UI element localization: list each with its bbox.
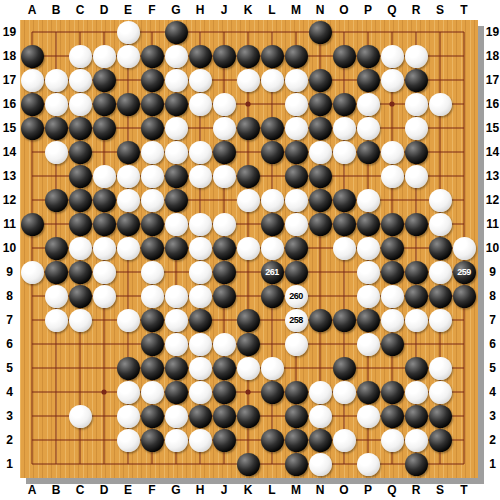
stone-F5[interactable] — [141, 357, 164, 380]
stone-S5[interactable] — [429, 357, 452, 380]
stone-R1[interactable] — [405, 453, 428, 476]
stone-O7[interactable] — [333, 309, 356, 332]
stone-S2[interactable] — [429, 429, 452, 452]
stone-B9[interactable] — [45, 261, 68, 284]
stone-N17[interactable] — [309, 69, 332, 92]
row-label-right-2: 2 — [484, 428, 500, 452]
column-label-top-H: H — [188, 1, 212, 19]
go-board[interactable]: 261259260258 — [20, 20, 478, 478]
row-label-right-12: 12 — [484, 188, 500, 212]
stone-K10[interactable] — [237, 237, 260, 260]
stone-M11[interactable] — [285, 213, 308, 236]
stone-G13[interactable] — [165, 165, 188, 188]
row-label-right-4: 4 — [484, 380, 500, 404]
row-label-right-7: 7 — [484, 308, 500, 332]
stone-F9[interactable] — [141, 261, 164, 284]
stone-B14[interactable] — [45, 141, 68, 164]
row-label-left-18: 18 — [1, 44, 18, 68]
stone-H16[interactable] — [189, 93, 212, 116]
column-label-bottom-O: O — [332, 481, 356, 499]
stone-M16[interactable] — [285, 93, 308, 116]
stone-P17[interactable] — [357, 69, 380, 92]
row-label-left-16: 16 — [1, 92, 18, 116]
stone-M15[interactable] — [285, 117, 308, 140]
row-label-right-13: 13 — [484, 164, 500, 188]
row-label-left-7: 7 — [1, 308, 18, 332]
row-label-right-5: 5 — [484, 356, 500, 380]
stone-J3[interactable] — [213, 405, 236, 428]
row-label-left-15: 15 — [1, 116, 18, 140]
stone-K12[interactable] — [237, 189, 260, 212]
stone-A16[interactable] — [21, 93, 44, 116]
row-label-right-16: 16 — [484, 92, 500, 116]
stone-K7[interactable] — [237, 309, 260, 332]
stone-C12[interactable] — [69, 189, 92, 212]
stone-N1[interactable] — [309, 453, 332, 476]
stone-J2[interactable] — [213, 429, 236, 452]
move-number-label: 258 — [289, 316, 303, 325]
column-label-top-T: T — [452, 1, 476, 19]
column-label-bottom-H: H — [188, 481, 212, 499]
stone-N16[interactable] — [309, 93, 332, 116]
stone-G8[interactable] — [165, 285, 188, 308]
stone-R16[interactable] — [405, 93, 428, 116]
stone-S12[interactable] — [429, 189, 452, 212]
stone-C14[interactable] — [69, 141, 92, 164]
stone-K15[interactable] — [237, 117, 260, 140]
stone-R17[interactable] — [405, 69, 428, 92]
stone-H3[interactable] — [189, 405, 212, 428]
stone-R13[interactable] — [405, 165, 428, 188]
stone-E12[interactable] — [117, 189, 140, 212]
stone-Q9[interactable] — [381, 261, 404, 284]
stone-L8[interactable] — [261, 285, 284, 308]
column-label-top-R: R — [404, 1, 428, 19]
column-label-top-D: D — [92, 1, 116, 19]
stone-P4[interactable] — [357, 381, 380, 404]
stone-S3[interactable] — [429, 405, 452, 428]
stone-Q14[interactable] — [381, 141, 404, 164]
stone-H2[interactable] — [189, 429, 212, 452]
stone-P18[interactable] — [357, 45, 380, 68]
stone-K5[interactable] — [237, 357, 260, 380]
stone-F2[interactable] — [141, 429, 164, 452]
stone-J4[interactable] — [213, 381, 236, 404]
row-label-right-10: 10 — [484, 236, 500, 260]
stone-P7[interactable] — [357, 309, 380, 332]
stone-S9[interactable] — [429, 261, 452, 284]
stone-E11[interactable] — [117, 213, 140, 236]
stone-P1[interactable] — [357, 453, 380, 476]
column-label-top-S: S — [428, 1, 452, 19]
stone-Q17[interactable] — [381, 69, 404, 92]
column-label-bottom-F: F — [140, 481, 164, 499]
column-label-bottom-A: A — [20, 481, 44, 499]
stone-P14[interactable] — [357, 141, 380, 164]
stone-G19[interactable] — [165, 21, 188, 44]
stone-N4[interactable] — [309, 381, 332, 404]
stone-D11[interactable] — [93, 213, 116, 236]
stone-H7[interactable] — [189, 309, 212, 332]
stone-H13[interactable] — [189, 165, 212, 188]
column-label-bottom-R: R — [404, 481, 428, 499]
stone-O5[interactable] — [333, 357, 356, 380]
stone-Q2[interactable] — [381, 429, 404, 452]
stone-G5[interactable] — [165, 357, 188, 380]
stone-D10[interactable] — [93, 237, 116, 260]
stone-Q3[interactable] — [381, 405, 404, 428]
stone-G15[interactable] — [165, 117, 188, 140]
stone-F11[interactable] — [141, 213, 164, 236]
stone-P11[interactable] — [357, 213, 380, 236]
stone-K6[interactable] — [237, 333, 260, 356]
column-label-bottom-K: K — [236, 481, 260, 499]
stone-O14[interactable] — [333, 141, 356, 164]
stone-G14[interactable] — [165, 141, 188, 164]
stone-Q10[interactable] — [381, 237, 404, 260]
stone-M3[interactable] — [285, 405, 308, 428]
stone-P16[interactable] — [357, 93, 380, 116]
stone-M6[interactable] — [285, 333, 308, 356]
stone-L9[interactable]: 261 — [261, 261, 284, 284]
stone-J11[interactable] — [213, 213, 236, 236]
stone-R14[interactable] — [405, 141, 428, 164]
stone-E14[interactable] — [117, 141, 140, 164]
stone-B15[interactable] — [45, 117, 68, 140]
stone-J18[interactable] — [213, 45, 236, 68]
stone-O10[interactable] — [333, 237, 356, 260]
stone-M12[interactable] — [285, 189, 308, 212]
stone-L2[interactable] — [261, 429, 284, 452]
stone-G18[interactable] — [165, 45, 188, 68]
stone-S4[interactable] — [429, 381, 452, 404]
stone-K1[interactable] — [237, 453, 260, 476]
row-label-left-11: 11 — [1, 212, 18, 236]
stone-C13[interactable] — [69, 165, 92, 188]
column-label-bottom-G: G — [164, 481, 188, 499]
stone-G4[interactable] — [165, 381, 188, 404]
stone-R7[interactable] — [405, 309, 428, 332]
stone-D13[interactable] — [93, 165, 116, 188]
stone-O18[interactable] — [333, 45, 356, 68]
column-label-bottom-N: N — [308, 481, 332, 499]
stone-K13[interactable] — [237, 165, 260, 188]
stone-R9[interactable] — [405, 261, 428, 284]
stone-E2[interactable] — [117, 429, 140, 452]
stone-M7[interactable]: 258 — [285, 309, 308, 332]
row-label-right-1: 1 — [484, 452, 500, 476]
stone-E5[interactable] — [117, 357, 140, 380]
row-label-right-3: 3 — [484, 404, 500, 428]
stone-D9[interactable] — [93, 261, 116, 284]
go-app-window: ABCDEFGHJKLMNOPQRST ABCDEFGHJKLMNOPQRST … — [0, 0, 500, 500]
stone-K3[interactable] — [237, 405, 260, 428]
stone-F8[interactable] — [141, 285, 164, 308]
stone-H8[interactable] — [189, 285, 212, 308]
stone-M9[interactable] — [285, 261, 308, 284]
stone-D17[interactable] — [93, 69, 116, 92]
stone-J5[interactable] — [213, 357, 236, 380]
column-label-top-C: C — [68, 1, 92, 19]
column-label-bottom-C: C — [68, 481, 92, 499]
stone-C10[interactable] — [69, 237, 92, 260]
stone-H5[interactable] — [189, 357, 212, 380]
stone-N7[interactable] — [309, 309, 332, 332]
stone-N11[interactable] — [309, 213, 332, 236]
stone-P12[interactable] — [357, 189, 380, 212]
column-label-bottom-T: T — [452, 481, 476, 499]
row-label-left-4: 4 — [1, 380, 18, 404]
stone-Q7[interactable] — [381, 309, 404, 332]
stone-N14[interactable] — [309, 141, 332, 164]
stone-L10[interactable] — [261, 237, 284, 260]
stone-N12[interactable] — [309, 189, 332, 212]
row-label-right-9: 9 — [484, 260, 500, 284]
stone-J8[interactable] — [213, 285, 236, 308]
stone-A9[interactable] — [21, 261, 44, 284]
stone-C18[interactable] — [69, 45, 92, 68]
stone-C8[interactable] — [69, 285, 92, 308]
stone-G6[interactable] — [165, 333, 188, 356]
stone-J16[interactable] — [213, 93, 236, 116]
stone-R4[interactable] — [405, 381, 428, 404]
stone-P8[interactable] — [357, 285, 380, 308]
column-label-top-L: L — [260, 1, 284, 19]
stone-G17[interactable] — [165, 69, 188, 92]
stone-A17[interactable] — [21, 69, 44, 92]
stone-M14[interactable] — [285, 141, 308, 164]
stone-C7[interactable] — [69, 309, 92, 332]
stone-E18[interactable] — [117, 45, 140, 68]
stone-H17[interactable] — [189, 69, 212, 92]
column-label-top-A: A — [20, 1, 44, 19]
stone-K18[interactable] — [237, 45, 260, 68]
column-label-top-J: J — [212, 1, 236, 19]
row-label-right-18: 18 — [484, 44, 500, 68]
row-label-left-6: 6 — [1, 332, 18, 356]
stone-C9[interactable] — [69, 261, 92, 284]
column-label-top-G: G — [164, 1, 188, 19]
row-label-right-15: 15 — [484, 116, 500, 140]
stone-R3[interactable] — [405, 405, 428, 428]
stone-T9[interactable]: 259 — [453, 261, 476, 284]
stone-E13[interactable] — [117, 165, 140, 188]
stone-L4[interactable] — [261, 381, 284, 404]
column-label-top-P: P — [356, 1, 380, 19]
stone-F4[interactable] — [141, 381, 164, 404]
stone-E7[interactable] — [117, 309, 140, 332]
row-label-right-14: 14 — [484, 140, 500, 164]
stone-F18[interactable] — [141, 45, 164, 68]
stone-Q13[interactable] — [381, 165, 404, 188]
stone-F12[interactable] — [141, 189, 164, 212]
stone-O12[interactable] — [333, 189, 356, 212]
column-label-top-B: B — [44, 1, 68, 19]
stone-F6[interactable] — [141, 333, 164, 356]
stone-N2[interactable] — [309, 429, 332, 452]
stone-J10[interactable] — [213, 237, 236, 260]
stone-F17[interactable] — [141, 69, 164, 92]
move-number-label: 261 — [265, 268, 279, 277]
column-label-bottom-J: J — [212, 481, 236, 499]
stone-A18[interactable] — [21, 45, 44, 68]
row-label-left-2: 2 — [1, 428, 18, 452]
stone-A11[interactable] — [21, 213, 44, 236]
stone-R15[interactable] — [405, 117, 428, 140]
stone-L5[interactable] — [261, 357, 284, 380]
stone-S10[interactable] — [429, 237, 452, 260]
stone-Q8[interactable] — [381, 285, 404, 308]
column-label-top-F: F — [140, 1, 164, 19]
stone-B10[interactable] — [45, 237, 68, 260]
stone-E16[interactable] — [117, 93, 140, 116]
stone-Q18[interactable] — [381, 45, 404, 68]
stone-H10[interactable] — [189, 237, 212, 260]
stone-O2[interactable] — [333, 429, 356, 452]
stone-S16[interactable] — [429, 93, 452, 116]
stone-M1[interactable] — [285, 453, 308, 476]
stone-L18[interactable] — [261, 45, 284, 68]
stone-R18[interactable] — [405, 45, 428, 68]
stone-J13[interactable] — [213, 165, 236, 188]
stone-E19[interactable] — [117, 21, 140, 44]
stone-G16[interactable] — [165, 93, 188, 116]
stone-C17[interactable] — [69, 69, 92, 92]
stone-C15[interactable] — [69, 117, 92, 140]
stone-E10[interactable] — [117, 237, 140, 260]
stone-G2[interactable] — [165, 429, 188, 452]
stone-J9[interactable] — [213, 261, 236, 284]
stone-L17[interactable] — [261, 69, 284, 92]
move-number-label: 260 — [289, 292, 303, 301]
stone-D12[interactable] — [93, 189, 116, 212]
column-label-top-E: E — [116, 1, 140, 19]
row-label-left-12: 12 — [1, 188, 18, 212]
stone-P6[interactable] — [357, 333, 380, 356]
stone-B16[interactable] — [45, 93, 68, 116]
stone-B17[interactable] — [45, 69, 68, 92]
stone-R8[interactable] — [405, 285, 428, 308]
stone-G7[interactable] — [165, 309, 188, 332]
column-label-bottom-Q: Q — [380, 481, 404, 499]
stone-P15[interactable] — [357, 117, 380, 140]
stone-P3[interactable] — [357, 405, 380, 428]
stone-S8[interactable] — [429, 285, 452, 308]
stone-D16[interactable] — [93, 93, 116, 116]
stone-M8[interactable]: 260 — [285, 285, 308, 308]
stone-J15[interactable] — [213, 117, 236, 140]
stone-D18[interactable] — [93, 45, 116, 68]
stone-H18[interactable] — [189, 45, 212, 68]
stone-H4[interactable] — [189, 381, 212, 404]
stone-O4[interactable] — [333, 381, 356, 404]
stone-G12[interactable] — [165, 189, 188, 212]
stone-T8[interactable] — [453, 285, 476, 308]
stone-E3[interactable] — [117, 405, 140, 428]
stone-M10[interactable] — [285, 237, 308, 260]
stone-B8[interactable] — [45, 285, 68, 308]
stone-O11[interactable] — [333, 213, 356, 236]
stone-A15[interactable] — [21, 117, 44, 140]
stone-C16[interactable] — [69, 93, 92, 116]
stone-R5[interactable] — [405, 357, 428, 380]
stone-M2[interactable] — [285, 429, 308, 452]
stone-R11[interactable] — [405, 213, 428, 236]
stone-L11[interactable] — [261, 213, 284, 236]
stone-R2[interactable] — [405, 429, 428, 452]
stone-H6[interactable] — [189, 333, 212, 356]
stone-F7[interactable] — [141, 309, 164, 332]
stone-Q11[interactable] — [381, 213, 404, 236]
stone-K17[interactable] — [237, 69, 260, 92]
stone-N13[interactable] — [309, 165, 332, 188]
row-label-left-14: 14 — [1, 140, 18, 164]
stone-P10[interactable] — [357, 237, 380, 260]
stone-H9[interactable] — [189, 261, 212, 284]
stone-L14[interactable] — [261, 141, 284, 164]
stone-J14[interactable] — [213, 141, 236, 164]
stone-N19[interactable] — [309, 21, 332, 44]
stone-S11[interactable] — [429, 213, 452, 236]
row-label-right-17: 17 — [484, 68, 500, 92]
stone-G10[interactable] — [165, 237, 188, 260]
stone-M4[interactable] — [285, 381, 308, 404]
stone-D15[interactable] — [93, 117, 116, 140]
stone-F10[interactable] — [141, 237, 164, 260]
row-label-right-19: 19 — [484, 20, 500, 44]
stone-P9[interactable] — [357, 261, 380, 284]
stone-F14[interactable] — [141, 141, 164, 164]
stone-O15[interactable] — [333, 117, 356, 140]
stone-T10[interactable] — [453, 237, 476, 260]
stone-H11[interactable] — [189, 213, 212, 236]
column-label-bottom-S: S — [428, 481, 452, 499]
column-label-top-M: M — [284, 1, 308, 19]
stone-E4[interactable] — [117, 381, 140, 404]
column-label-bottom-B: B — [44, 481, 68, 499]
stone-L15[interactable] — [261, 117, 284, 140]
stone-N15[interactable] — [309, 117, 332, 140]
stone-H14[interactable] — [189, 141, 212, 164]
stone-J6[interactable] — [213, 333, 236, 356]
column-label-bottom-M: M — [284, 481, 308, 499]
stone-N3[interactable] — [309, 405, 332, 428]
stone-F3[interactable] — [141, 405, 164, 428]
stone-Q6[interactable] — [381, 333, 404, 356]
stone-G11[interactable] — [165, 213, 188, 236]
stone-C11[interactable] — [69, 213, 92, 236]
column-label-bottom-L: L — [260, 481, 284, 499]
row-label-right-6: 6 — [484, 332, 500, 356]
row-label-left-9: 9 — [1, 260, 18, 284]
stone-M17[interactable] — [285, 69, 308, 92]
row-label-right-8: 8 — [484, 284, 500, 308]
stone-M13[interactable] — [285, 165, 308, 188]
stone-D8[interactable] — [93, 285, 116, 308]
stone-F16[interactable] — [141, 93, 164, 116]
stone-Q4[interactable] — [381, 381, 404, 404]
stone-M18[interactable] — [285, 45, 308, 68]
stone-B7[interactable] — [45, 309, 68, 332]
stone-F13[interactable] — [141, 165, 164, 188]
stone-F15[interactable] — [141, 117, 164, 140]
stone-L12[interactable] — [261, 189, 284, 212]
stone-G3[interactable] — [165, 405, 188, 428]
stone-C3[interactable] — [69, 405, 92, 428]
stone-B12[interactable] — [45, 189, 68, 212]
stone-S7[interactable] — [429, 309, 452, 332]
stone-O16[interactable] — [333, 93, 356, 116]
